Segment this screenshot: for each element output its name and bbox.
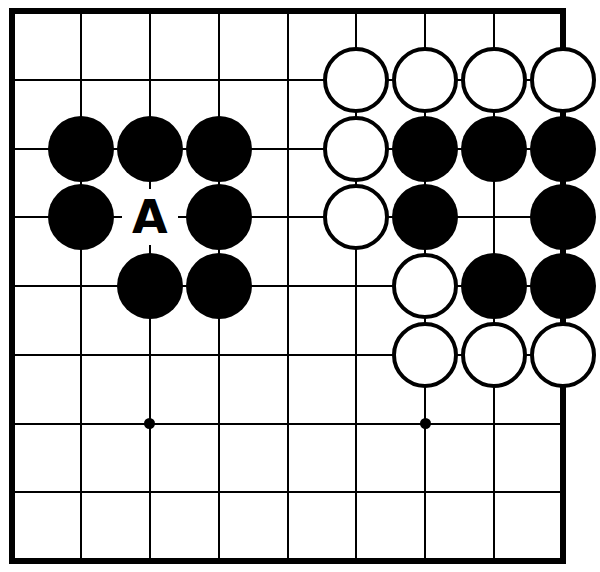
stone-white xyxy=(323,47,389,113)
stone-black xyxy=(530,253,596,319)
stone-black xyxy=(48,184,114,250)
stone-black xyxy=(461,253,527,319)
stone-white xyxy=(461,322,527,388)
stone-black xyxy=(48,116,114,182)
stone-white xyxy=(392,322,458,388)
stone-white xyxy=(530,47,596,113)
stone-black xyxy=(186,253,252,319)
stone-black xyxy=(186,116,252,182)
stone-white xyxy=(323,116,389,182)
stone-white xyxy=(392,47,458,113)
stone-black xyxy=(461,116,527,182)
star-point xyxy=(420,418,431,429)
go-board-diagram: A xyxy=(0,0,600,572)
stone-white xyxy=(530,322,596,388)
stone-black xyxy=(530,184,596,250)
stone-black xyxy=(117,253,183,319)
stone-black xyxy=(530,116,596,182)
marker-a-point[interactable]: A xyxy=(122,189,178,245)
stone-black xyxy=(186,184,252,250)
marker-a-label: A xyxy=(132,194,168,240)
stone-black xyxy=(117,116,183,182)
stone-white xyxy=(392,253,458,319)
stone-white xyxy=(461,47,527,113)
stone-black xyxy=(392,116,458,182)
